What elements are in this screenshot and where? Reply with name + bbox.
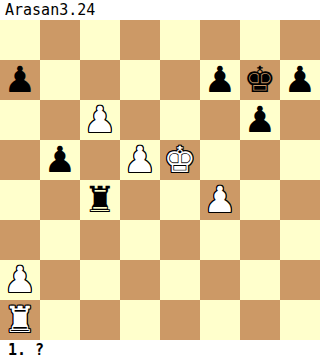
square-e4[interactable] (160, 180, 200, 220)
title-bar: Arasan3.24 (0, 0, 320, 20)
square-e5[interactable]: ♚ (160, 140, 200, 180)
square-b7[interactable] (40, 60, 80, 100)
chess-app-window: Arasan3.24 ♟♟♚♟♟♟♟♟♚♜♟♟♜ 1. ? (0, 0, 320, 360)
square-c5[interactable] (80, 140, 120, 180)
square-a2[interactable]: ♟ (0, 260, 40, 300)
square-a7[interactable]: ♟ (0, 60, 40, 100)
square-e2[interactable] (160, 260, 200, 300)
square-c7[interactable] (80, 60, 120, 100)
square-f3[interactable] (200, 220, 240, 260)
square-b8[interactable] (40, 20, 80, 60)
square-c3[interactable] (80, 220, 120, 260)
white-pawn[interactable]: ♟ (120, 140, 160, 180)
square-b4[interactable] (40, 180, 80, 220)
square-g1[interactable] (240, 300, 280, 340)
square-g8[interactable] (240, 20, 280, 60)
square-f2[interactable] (200, 260, 240, 300)
square-a5[interactable] (0, 140, 40, 180)
square-b6[interactable] (40, 100, 80, 140)
square-e6[interactable] (160, 100, 200, 140)
engine-title: Arasan3.24 (5, 1, 95, 19)
black-pawn[interactable]: ♟ (240, 100, 280, 140)
white-pawn[interactable]: ♟ (0, 260, 40, 300)
square-d4[interactable] (120, 180, 160, 220)
chess-board: ♟♟♚♟♟♟♟♟♚♜♟♟♜ (0, 20, 320, 340)
square-c2[interactable] (80, 260, 120, 300)
square-e1[interactable] (160, 300, 200, 340)
square-b3[interactable] (40, 220, 80, 260)
square-h6[interactable] (280, 100, 320, 140)
square-h5[interactable] (280, 140, 320, 180)
square-d8[interactable] (120, 20, 160, 60)
square-d6[interactable] (120, 100, 160, 140)
white-pawn[interactable]: ♟ (80, 100, 120, 140)
square-f8[interactable] (200, 20, 240, 60)
white-rook[interactable]: ♜ (0, 300, 40, 340)
square-b1[interactable] (40, 300, 80, 340)
square-f6[interactable] (200, 100, 240, 140)
square-a1[interactable]: ♜ (0, 300, 40, 340)
square-b2[interactable] (40, 260, 80, 300)
square-a8[interactable] (0, 20, 40, 60)
square-b5[interactable]: ♟ (40, 140, 80, 180)
square-d7[interactable] (120, 60, 160, 100)
square-e7[interactable] (160, 60, 200, 100)
square-h4[interactable] (280, 180, 320, 220)
white-king[interactable]: ♚ (160, 140, 200, 180)
square-e3[interactable] (160, 220, 200, 260)
square-a6[interactable] (0, 100, 40, 140)
square-d5[interactable]: ♟ (120, 140, 160, 180)
square-d1[interactable] (120, 300, 160, 340)
square-a4[interactable] (0, 180, 40, 220)
status-bar: 1. ? (0, 340, 320, 360)
square-f4[interactable]: ♟ (200, 180, 240, 220)
square-e8[interactable] (160, 20, 200, 60)
square-d3[interactable] (120, 220, 160, 260)
black-pawn[interactable]: ♟ (0, 60, 40, 100)
square-c8[interactable] (80, 20, 120, 60)
move-prompt: 1. ? (8, 341, 44, 359)
square-h7[interactable]: ♟ (280, 60, 320, 100)
square-g2[interactable] (240, 260, 280, 300)
square-c6[interactable]: ♟ (80, 100, 120, 140)
square-c4[interactable]: ♜ (80, 180, 120, 220)
square-g6[interactable]: ♟ (240, 100, 280, 140)
square-g3[interactable] (240, 220, 280, 260)
black-pawn[interactable]: ♟ (200, 60, 240, 100)
square-c1[interactable] (80, 300, 120, 340)
white-pawn[interactable]: ♟ (200, 180, 240, 220)
square-h2[interactable] (280, 260, 320, 300)
square-d2[interactable] (120, 260, 160, 300)
square-h1[interactable] (280, 300, 320, 340)
square-g4[interactable] (240, 180, 280, 220)
square-h3[interactable] (280, 220, 320, 260)
black-king[interactable]: ♚ (240, 60, 280, 100)
square-f5[interactable] (200, 140, 240, 180)
black-pawn[interactable]: ♟ (280, 60, 320, 100)
square-a3[interactable] (0, 220, 40, 260)
square-f1[interactable] (200, 300, 240, 340)
black-pawn[interactable]: ♟ (40, 140, 80, 180)
square-f7[interactable]: ♟ (200, 60, 240, 100)
square-g5[interactable] (240, 140, 280, 180)
square-h8[interactable] (280, 20, 320, 60)
black-rook[interactable]: ♜ (80, 180, 120, 220)
square-g7[interactable]: ♚ (240, 60, 280, 100)
